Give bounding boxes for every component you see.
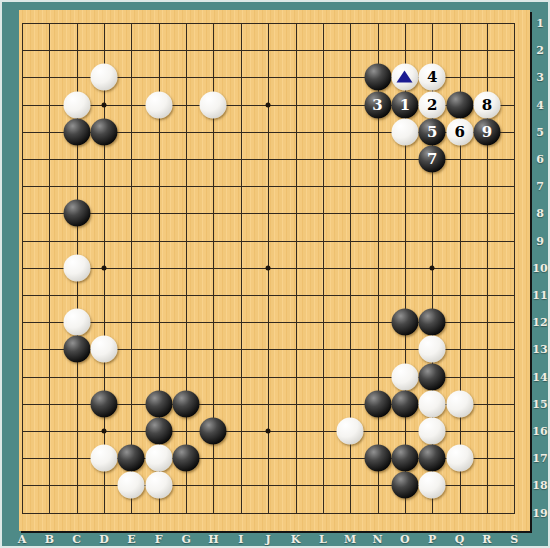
star-point [102,429,107,434]
column-label: I [238,534,243,545]
stone-O18 [391,472,418,499]
stone-O15 [391,390,418,417]
column-label: J [266,534,271,545]
column-label: N [373,534,383,545]
stone-H4 [200,91,227,118]
stone-F18 [145,472,172,499]
stone-Q5: 6 [446,118,473,145]
stone-P12 [419,309,446,336]
stone-C5 [63,118,90,145]
stone-M16 [337,418,364,445]
stone-D13 [91,336,118,363]
stone-F16 [145,418,172,445]
column-label: L [319,534,327,545]
stone-R5: 9 [473,118,500,145]
row-label: 3 [536,72,544,83]
row-label: 15 [532,398,547,409]
row-label: 13 [532,344,547,355]
star-point [430,265,435,270]
stone-N3 [364,64,391,91]
row-label: 8 [536,208,544,219]
move-number: 3 [372,97,382,112]
row-label: 9 [536,235,544,246]
column-label: K [291,534,301,545]
stone-O5 [391,118,418,145]
move-number: 7 [427,152,437,167]
star-point [102,265,107,270]
row-label: 6 [536,154,544,165]
column-label: E [127,534,135,545]
move-number: 6 [454,124,464,139]
star-point [266,102,271,107]
row-label: 10 [532,262,547,273]
stone-R4: 8 [473,91,500,118]
stone-G17 [173,445,200,472]
move-number: 2 [427,97,437,112]
grid-line [22,513,515,514]
row-label: 2 [536,45,544,56]
stone-F15 [145,390,172,417]
stone-P3: 4 [419,64,446,91]
go-kifu-viewer: 431285697 ABCDEFGHIJKLMNOPQRS12345678910… [0,0,550,548]
stone-H16 [200,418,227,445]
stone-C8 [63,200,90,227]
stone-E18 [118,472,145,499]
stone-O12 [391,309,418,336]
stone-P18 [419,472,446,499]
stone-P5: 5 [419,118,446,145]
column-label: M [344,534,356,545]
column-label: D [99,534,109,545]
move-number: 9 [482,124,492,139]
grid-line [514,23,515,514]
row-label: 12 [532,317,547,328]
move-number: 1 [400,97,410,112]
stone-P17 [419,445,446,472]
row-label: 16 [532,426,547,437]
stone-P16 [419,418,446,445]
row-label: 17 [532,453,547,464]
move-number: 5 [427,124,437,139]
column-label: Q [455,534,465,545]
stone-N15 [364,390,391,417]
row-label: 18 [532,480,547,491]
column-label: G [181,534,190,545]
column-label: B [45,534,54,545]
stone-D15 [91,390,118,417]
stone-D5 [91,118,118,145]
row-label: 7 [536,181,544,192]
stone-F17 [145,445,172,472]
stone-D17 [91,445,118,472]
column-label: O [400,534,410,545]
stone-P6: 7 [419,146,446,173]
row-label: 19 [532,507,547,518]
row-label: 14 [532,371,547,382]
row-label: 11 [532,290,547,301]
stone-F4 [145,91,172,118]
stone-O3 [391,64,418,91]
column-label: A [18,534,27,545]
stone-C10 [63,254,90,281]
stone-P4: 2 [419,91,446,118]
column-label: R [482,534,491,545]
row-label: 4 [536,99,544,110]
stone-E17 [118,445,145,472]
stone-N17 [364,445,391,472]
stone-O17 [391,445,418,472]
column-label: F [155,534,163,545]
column-label: S [510,534,518,545]
column-label: P [428,534,436,545]
grid-line [323,23,324,514]
stone-C12 [63,309,90,336]
grid-line [22,295,515,296]
stone-D3 [91,64,118,91]
stone-Q17 [446,445,473,472]
triangle-marker [397,70,413,82]
stone-C13 [63,336,90,363]
row-label: 1 [536,18,544,29]
stone-C4 [63,91,90,118]
stone-O4: 1 [391,91,418,118]
stone-P13 [419,336,446,363]
move-number: 8 [482,97,492,112]
stone-O14 [391,363,418,390]
move-number: 4 [427,70,437,85]
stone-P14 [419,363,446,390]
star-point [266,429,271,434]
go-board[interactable]: 431285697 [19,10,530,531]
grid-line [296,23,297,514]
star-point [102,102,107,107]
column-label: H [208,534,218,545]
star-point [266,265,271,270]
stone-N4: 3 [364,91,391,118]
stone-Q4 [446,91,473,118]
row-label: 5 [536,126,544,137]
stone-P15 [419,390,446,417]
stone-G15 [173,390,200,417]
stone-Q15 [446,390,473,417]
column-label: C [72,534,81,545]
